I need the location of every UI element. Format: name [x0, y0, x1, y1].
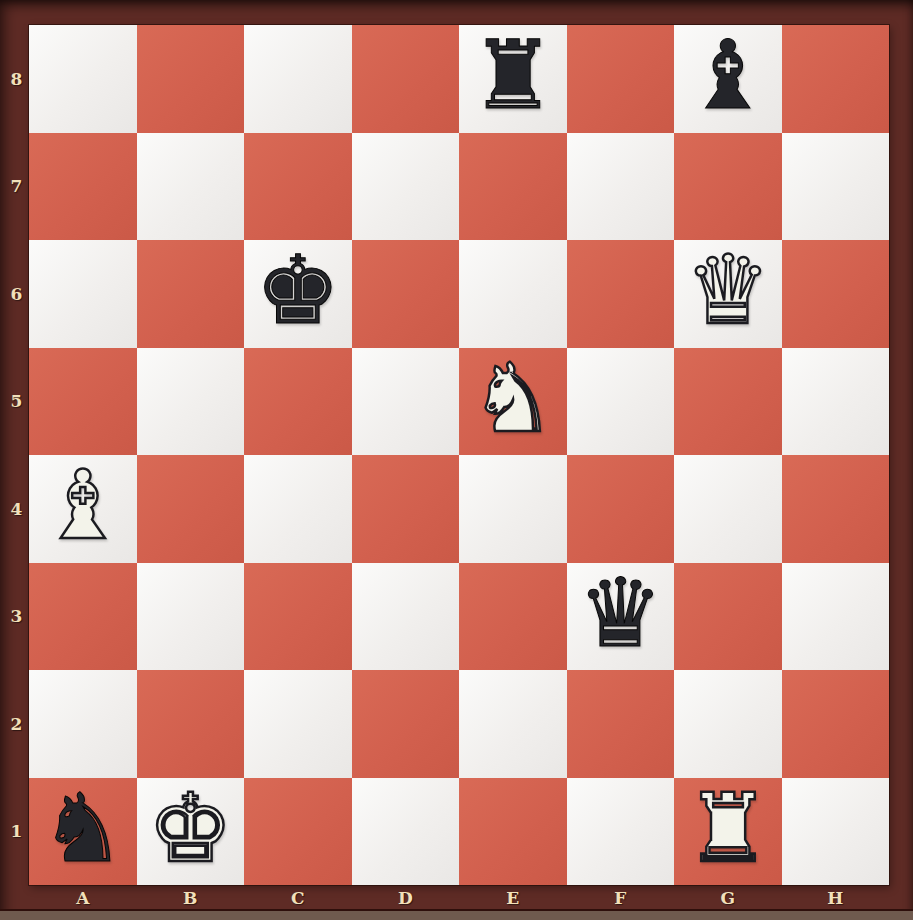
square-a8[interactable] [29, 25, 137, 133]
square-g3[interactable] [674, 563, 782, 671]
board-frame: 87654321 ♜♝♚♛♞♝♛♞♚♜ ABCDEFGH [0, 0, 913, 920]
square-b7[interactable] [137, 133, 245, 241]
rank-label-4: 4 [0, 455, 29, 563]
white-rook-g1[interactable]: ♜ [685, 781, 770, 876]
square-e7[interactable] [459, 133, 567, 241]
file-label-h: H [782, 885, 890, 911]
square-a6[interactable] [29, 240, 137, 348]
square-d3[interactable] [352, 563, 460, 671]
square-b5[interactable] [137, 348, 245, 456]
rank-label-3: 3 [0, 563, 29, 671]
black-king-c6[interactable]: ♚ [255, 243, 340, 338]
rank-label-5: 5 [0, 348, 29, 456]
square-g2[interactable] [674, 670, 782, 778]
rank-label-1: 1 [0, 778, 29, 886]
file-label-f: F [567, 885, 675, 911]
square-g6[interactable]: ♛ [674, 240, 782, 348]
square-f6[interactable] [567, 240, 675, 348]
square-h7[interactable] [782, 133, 890, 241]
square-c3[interactable] [244, 563, 352, 671]
square-b4[interactable] [137, 455, 245, 563]
square-d8[interactable] [352, 25, 460, 133]
square-e6[interactable] [459, 240, 567, 348]
square-d4[interactable] [352, 455, 460, 563]
square-g1[interactable]: ♜ [674, 778, 782, 886]
square-g8[interactable]: ♝ [674, 25, 782, 133]
file-label-e: E [459, 885, 567, 911]
square-b2[interactable] [137, 670, 245, 778]
white-bishop-a4[interactable]: ♝ [40, 458, 125, 553]
white-knight-e5[interactable]: ♞ [470, 351, 555, 446]
square-c2[interactable] [244, 670, 352, 778]
square-e5[interactable]: ♞ [459, 348, 567, 456]
square-c4[interactable] [244, 455, 352, 563]
square-a7[interactable] [29, 133, 137, 241]
square-h5[interactable] [782, 348, 890, 456]
chess-board[interactable]: ♜♝♚♛♞♝♛♞♚♜ [29, 25, 889, 885]
file-label-c: C [244, 885, 352, 911]
square-e1[interactable] [459, 778, 567, 886]
square-h6[interactable] [782, 240, 890, 348]
square-b3[interactable] [137, 563, 245, 671]
square-e8[interactable]: ♜ [459, 25, 567, 133]
frame-bottom-edge [0, 909, 913, 920]
square-c1[interactable] [244, 778, 352, 886]
square-d5[interactable] [352, 348, 460, 456]
rank-label-7: 7 [0, 133, 29, 241]
square-h3[interactable] [782, 563, 890, 671]
file-label-g: G [674, 885, 782, 911]
square-f7[interactable] [567, 133, 675, 241]
square-a1[interactable]: ♞ [29, 778, 137, 886]
square-d7[interactable] [352, 133, 460, 241]
square-a3[interactable] [29, 563, 137, 671]
square-g7[interactable] [674, 133, 782, 241]
black-queen-f3[interactable]: ♛ [578, 566, 663, 661]
rank-labels: 87654321 [0, 25, 29, 885]
square-h2[interactable] [782, 670, 890, 778]
square-f8[interactable] [567, 25, 675, 133]
square-d6[interactable] [352, 240, 460, 348]
file-label-b: B [137, 885, 245, 911]
square-b8[interactable] [137, 25, 245, 133]
square-f4[interactable] [567, 455, 675, 563]
square-a2[interactable] [29, 670, 137, 778]
white-king-b1[interactable]: ♚ [148, 781, 233, 876]
square-h8[interactable] [782, 25, 890, 133]
rank-label-6: 6 [0, 240, 29, 348]
square-f5[interactable] [567, 348, 675, 456]
file-labels: ABCDEFGH [29, 885, 889, 911]
rank-label-2: 2 [0, 670, 29, 778]
square-e3[interactable] [459, 563, 567, 671]
square-a4[interactable]: ♝ [29, 455, 137, 563]
square-b1[interactable]: ♚ [137, 778, 245, 886]
square-e4[interactable] [459, 455, 567, 563]
square-f3[interactable]: ♛ [567, 563, 675, 671]
square-c6[interactable]: ♚ [244, 240, 352, 348]
square-c8[interactable] [244, 25, 352, 133]
square-g4[interactable] [674, 455, 782, 563]
square-f2[interactable] [567, 670, 675, 778]
square-f1[interactable] [567, 778, 675, 886]
file-label-d: D [352, 885, 460, 911]
file-label-a: A [29, 885, 137, 911]
square-c5[interactable] [244, 348, 352, 456]
square-c7[interactable] [244, 133, 352, 241]
square-h4[interactable] [782, 455, 890, 563]
square-h1[interactable] [782, 778, 890, 886]
square-e2[interactable] [459, 670, 567, 778]
black-knight-a1[interactable]: ♞ [40, 781, 125, 876]
square-b6[interactable] [137, 240, 245, 348]
black-bishop-g8[interactable]: ♝ [685, 28, 770, 123]
square-a5[interactable] [29, 348, 137, 456]
black-rook-e8[interactable]: ♜ [470, 28, 555, 123]
square-d2[interactable] [352, 670, 460, 778]
square-g5[interactable] [674, 348, 782, 456]
white-queen-g6[interactable]: ♛ [685, 243, 770, 338]
rank-label-8: 8 [0, 25, 29, 133]
square-d1[interactable] [352, 778, 460, 886]
